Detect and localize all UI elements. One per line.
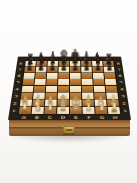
file-labels-front: ABCDEFGH: [17, 115, 122, 120]
board-grid: ♜♞♝♛♚♝♞♜♟♟♟♟♟♟♟♟♟♟♟♟♟♟♟♟♜♞♝♛♚♝♞♜: [18, 61, 122, 115]
rank-label-right-2: 2: [122, 101, 127, 105]
rank-label-left-5: 5: [16, 80, 20, 84]
piece-white-bishop[interactable]: ♝: [46, 95, 55, 114]
square-b6[interactable]: [35, 73, 46, 79]
piece-white-rook[interactable]: ♜: [21, 98, 29, 114]
square-b5[interactable]: [34, 79, 45, 85]
file-label-f: F: [87, 115, 91, 119]
file-label-c: C: [48, 115, 53, 119]
chess-board: ABCDEFGH ABCDEFGH 87654321 87654321 ♜♞♝♛…: [8, 0, 131, 120]
rank-label-left-2: 2: [13, 101, 18, 105]
square-a1[interactable]: ♜: [19, 107, 32, 114]
square-b7[interactable]: ♟: [36, 67, 47, 73]
square-c1[interactable]: ♝: [44, 107, 56, 114]
file-label-g: G: [99, 115, 104, 119]
square-d1[interactable]: ♛: [57, 107, 69, 114]
piece-white-king[interactable]: ♚: [71, 92, 81, 114]
square-c6[interactable]: [47, 73, 58, 79]
square-f7[interactable]: ♟: [81, 67, 92, 73]
square-a6[interactable]: [23, 73, 34, 79]
piece-black-pawn[interactable]: ♟: [61, 60, 67, 72]
square-f5[interactable]: [82, 79, 93, 85]
file-label-h: H: [112, 115, 117, 119]
piece-white-queen[interactable]: ♛: [58, 93, 68, 114]
brass-clasp: [63, 126, 74, 134]
square-h6[interactable]: [104, 73, 115, 79]
square-c5[interactable]: [46, 79, 57, 85]
rank-label-right-5: 5: [119, 80, 123, 84]
square-f1[interactable]: ♝: [83, 107, 95, 114]
piece-black-pawn[interactable]: ♟: [84, 60, 90, 72]
square-b1[interactable]: ♞: [32, 107, 44, 114]
piece-white-rook[interactable]: ♜: [110, 98, 118, 114]
rank-label-left-8: 8: [19, 62, 23, 65]
square-a5[interactable]: [23, 79, 35, 85]
square-a7[interactable]: ♟: [24, 67, 35, 73]
square-e7[interactable]: ♟: [70, 67, 81, 73]
square-h1[interactable]: ♜: [108, 107, 121, 114]
rank-label-left-3: 3: [14, 94, 18, 98]
file-label-a: A: [21, 115, 26, 119]
square-e6[interactable]: [70, 73, 81, 79]
board-surface: ABCDEFGH ABCDEFGH 87654321 87654321 ♜♞♝♛…: [8, 57, 131, 120]
piece-black-pawn[interactable]: ♟: [38, 60, 44, 72]
rank-label-right-8: 8: [116, 62, 120, 65]
rank-label-right-3: 3: [121, 94, 125, 98]
square-g7[interactable]: ♟: [92, 67, 103, 73]
square-d7[interactable]: ♟: [59, 67, 70, 73]
square-e5[interactable]: [70, 79, 81, 85]
piece-white-knight[interactable]: ♞: [33, 97, 41, 114]
piece-black-pawn[interactable]: ♟: [107, 60, 113, 72]
square-h5[interactable]: [105, 79, 117, 85]
square-d5[interactable]: [58, 79, 69, 85]
file-label-d: D: [60, 115, 65, 119]
square-h7[interactable]: ♟: [104, 67, 115, 73]
square-g5[interactable]: [93, 79, 104, 85]
piece-black-pawn[interactable]: ♟: [27, 60, 33, 72]
piece-white-bishop[interactable]: ♝: [84, 95, 93, 114]
piece-white-knight[interactable]: ♞: [97, 97, 105, 114]
rank-label-right-1: 1: [123, 109, 128, 113]
rank-label-right-6: 6: [118, 74, 122, 77]
piece-black-pawn[interactable]: ♟: [72, 60, 78, 72]
rank-label-left-6: 6: [17, 74, 21, 77]
piece-black-pawn[interactable]: ♟: [95, 60, 101, 72]
rank-label-right-7: 7: [117, 68, 121, 71]
file-label-e: E: [74, 115, 78, 119]
piece-black-pawn[interactable]: ♟: [49, 60, 55, 72]
square-d6[interactable]: [58, 73, 69, 79]
rank-label-left-7: 7: [18, 68, 22, 71]
square-f6[interactable]: [81, 73, 92, 79]
square-g6[interactable]: [93, 73, 104, 79]
square-g1[interactable]: ♞: [95, 107, 107, 114]
square-c7[interactable]: ♟: [47, 67, 58, 73]
rank-label-left-1: 1: [12, 109, 17, 113]
rank-label-right-4: 4: [120, 87, 124, 91]
chess-set-photo: ABCDEFGH ABCDEFGH 87654321 87654321 ♜♞♝♛…: [0, 0, 137, 183]
rank-label-left-4: 4: [15, 87, 19, 91]
file-label-b: B: [34, 115, 39, 119]
square-e1[interactable]: ♚: [70, 107, 82, 114]
